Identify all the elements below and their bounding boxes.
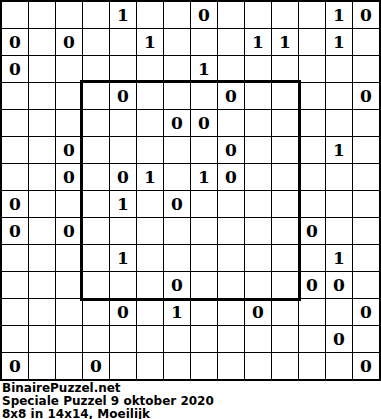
cell-r7-c1-empty[interactable] [29, 191, 55, 217]
cell-r9-c13-empty[interactable] [353, 245, 379, 271]
cell-r6-c6-empty[interactable] [164, 164, 190, 190]
cell-r8-c7-empty[interactable] [191, 218, 217, 244]
cell-r3-c10-empty[interactable] [272, 83, 298, 109]
cell-r7-c4-given: 1 [110, 191, 136, 217]
cell-r11-c2-empty[interactable] [56, 299, 82, 325]
cell-r7-c7-empty[interactable] [191, 191, 217, 217]
cell-r6-c13-empty[interactable] [353, 164, 379, 190]
cell-r10-c12-given: 0 [326, 272, 352, 298]
cell-r8-c5-empty[interactable] [137, 218, 163, 244]
cell-r0-c11-empty[interactable] [299, 2, 325, 28]
cell-r4-c12-empty[interactable] [326, 110, 352, 136]
cell-r0-c6-empty[interactable] [164, 2, 190, 28]
cell-r9-c1-empty[interactable] [29, 245, 55, 271]
cell-r7-c13-empty[interactable] [353, 191, 379, 217]
cell-r6-c3-empty[interactable] [83, 164, 109, 190]
cell-r11-c11-empty[interactable] [299, 299, 325, 325]
cell-r8-c2-given: 0 [56, 218, 82, 244]
cell-r5-c7-empty[interactable] [191, 137, 217, 163]
cell-r4-c3-empty[interactable] [83, 110, 109, 136]
cell-r13-c10-empty[interactable] [272, 353, 298, 379]
cell-r9-c12-given: 1 [326, 245, 352, 271]
cell-r5-c10-empty[interactable] [272, 137, 298, 163]
cell-r13-c9-empty[interactable] [245, 353, 271, 379]
cell-r8-c0-given: 0 [2, 218, 28, 244]
puzzle-board: 1010001111010000000100110010000110000100… [0, 0, 381, 381]
cell-r12-c4-empty[interactable] [110, 326, 136, 352]
cell-r7-c11-empty[interactable] [299, 191, 325, 217]
cell-r6-c7-given: 1 [191, 164, 217, 190]
cell-r7-c3-empty[interactable] [83, 191, 109, 217]
cell-r7-c6-given: 0 [164, 191, 190, 217]
cell-r6-c12-empty[interactable] [326, 164, 352, 190]
cell-r5-c5-empty[interactable] [137, 137, 163, 163]
cell-r0-c13-given: 0 [353, 2, 379, 28]
cell-r1-c1-empty[interactable] [29, 29, 55, 55]
cell-r2-c7-given: 1 [191, 56, 217, 82]
cell-r7-c5-empty[interactable] [137, 191, 163, 217]
cell-r5-c8-given: 0 [218, 137, 244, 163]
cell-r11-c7-empty[interactable] [191, 299, 217, 325]
cell-r7-c12-empty[interactable] [326, 191, 352, 217]
cell-r11-c5-empty[interactable] [137, 299, 163, 325]
cell-r12-c11-empty[interactable] [299, 326, 325, 352]
cell-r1-c4-empty[interactable] [110, 29, 136, 55]
cell-r9-c4-given: 1 [110, 245, 136, 271]
cell-r10-c13-empty[interactable] [353, 272, 379, 298]
cell-r6-c9-empty[interactable] [245, 164, 271, 190]
cell-r3-c8-given: 0 [218, 83, 244, 109]
cell-r2-c0-given: 0 [2, 56, 28, 82]
cell-r12-c1-empty[interactable] [29, 326, 55, 352]
cell-r13-c5-empty[interactable] [137, 353, 163, 379]
cell-r13-c4-empty[interactable] [110, 353, 136, 379]
cell-r11-c3-empty[interactable] [83, 299, 109, 325]
cell-r8-c9-empty[interactable] [245, 218, 271, 244]
cell-r7-c8-empty[interactable] [218, 191, 244, 217]
cell-r0-c2-empty[interactable] [56, 2, 82, 28]
cell-r1-c2-given: 0 [56, 29, 82, 55]
cell-r7-c0-given: 0 [2, 191, 28, 217]
cell-r13-c7-empty[interactable] [191, 353, 217, 379]
cell-r10-c3-empty[interactable] [83, 272, 109, 298]
cell-r5-c2-given: 0 [56, 137, 82, 163]
cell-r4-c10-empty[interactable] [272, 110, 298, 136]
cell-r1-c12-given: 1 [326, 29, 352, 55]
cell-r4-c13-empty[interactable] [353, 110, 379, 136]
cell-r13-c1-empty[interactable] [29, 353, 55, 379]
cell-r12-c12-given: 0 [326, 326, 352, 352]
cell-r1-c3-empty[interactable] [83, 29, 109, 55]
cell-r4-c5-empty[interactable] [137, 110, 163, 136]
cell-r10-c1-empty[interactable] [29, 272, 55, 298]
cell-r2-c6-empty[interactable] [164, 56, 190, 82]
cell-r13-c3-given: 0 [83, 353, 109, 379]
cell-r7-c10-empty[interactable] [272, 191, 298, 217]
cell-r0-c0-empty[interactable] [2, 2, 28, 28]
cell-r4-c0-empty[interactable] [2, 110, 28, 136]
cell-r12-c6-empty[interactable] [164, 326, 190, 352]
cell-r2-c2-empty[interactable] [56, 56, 82, 82]
cell-r6-c8-given: 0 [218, 164, 244, 190]
cell-r9-c10-empty[interactable] [272, 245, 298, 271]
cell-r9-c11-empty[interactable] [299, 245, 325, 271]
cell-r4-c9-empty[interactable] [245, 110, 271, 136]
cell-r9-c9-empty[interactable] [245, 245, 271, 271]
cell-r0-c12-given: 1 [326, 2, 352, 28]
cell-r9-c6-empty[interactable] [164, 245, 190, 271]
cell-r6-c5-given: 1 [137, 164, 163, 190]
cell-r5-c6-empty[interactable] [164, 137, 190, 163]
cell-r11-c1-empty[interactable] [29, 299, 55, 325]
cell-r5-c12-given: 1 [326, 137, 352, 163]
cell-r13-c6-empty[interactable] [164, 353, 190, 379]
cell-r11-c8-empty[interactable] [218, 299, 244, 325]
cell-r4-c2-empty[interactable] [56, 110, 82, 136]
cell-r8-c10-empty[interactable] [272, 218, 298, 244]
cell-r13-c11-empty[interactable] [299, 353, 325, 379]
cell-r10-c7-empty[interactable] [191, 272, 217, 298]
cell-r0-c10-empty[interactable] [272, 2, 298, 28]
cell-r3-c3-empty[interactable] [83, 83, 109, 109]
cell-r12-c9-empty[interactable] [245, 326, 271, 352]
cell-r2-c5-empty[interactable] [137, 56, 163, 82]
cell-r5-c9-empty[interactable] [245, 137, 271, 163]
cell-r1-c6-empty[interactable] [164, 29, 190, 55]
cell-r0-c4-given: 1 [110, 2, 136, 28]
cell-r8-c8-empty[interactable] [218, 218, 244, 244]
cell-r10-c4-empty[interactable] [110, 272, 136, 298]
cell-r8-c12-empty[interactable] [326, 218, 352, 244]
cell-r10-c10-empty[interactable] [272, 272, 298, 298]
cell-r6-c10-empty[interactable] [272, 164, 298, 190]
cell-r13-c8-empty[interactable] [218, 353, 244, 379]
cell-r5-c13-empty[interactable] [353, 137, 379, 163]
cell-r0-c7-given: 0 [191, 2, 217, 28]
cell-r13-c0-given: 0 [2, 353, 28, 379]
cell-r0-c9-empty[interactable] [245, 2, 271, 28]
cell-r11-c13-given: 0 [353, 299, 379, 325]
puzzle-footer: BinairePuzzel.net Speciale Puzzel 9 okto… [0, 381, 381, 419]
cell-r7-c2-empty[interactable] [56, 191, 82, 217]
cell-r11-c10-empty[interactable] [272, 299, 298, 325]
cell-r7-c9-empty[interactable] [245, 191, 271, 217]
cell-r11-c12-empty[interactable] [326, 299, 352, 325]
cell-r9-c3-empty[interactable] [83, 245, 109, 271]
cell-r6-c1-empty[interactable] [29, 164, 55, 190]
cell-r0-c5-empty[interactable] [137, 2, 163, 28]
cell-r3-c1-empty[interactable] [29, 83, 55, 109]
cell-r2-c3-empty[interactable] [83, 56, 109, 82]
cell-r1-c11-empty[interactable] [299, 29, 325, 55]
cell-r11-c9-given: 0 [245, 299, 271, 325]
cell-r0-c1-empty[interactable] [29, 2, 55, 28]
cell-r3-c5-empty[interactable] [137, 83, 163, 109]
cell-r4-c4-empty[interactable] [110, 110, 136, 136]
cell-r2-c11-empty[interactable] [299, 56, 325, 82]
cell-r10-c9-empty[interactable] [245, 272, 271, 298]
cell-r1-c10-given: 1 [272, 29, 298, 55]
cell-r4-c6-given: 0 [164, 110, 190, 136]
cell-r5-c0-empty[interactable] [2, 137, 28, 163]
cell-r9-c7-empty[interactable] [191, 245, 217, 271]
cell-r11-c0-empty[interactable] [2, 299, 28, 325]
cell-r10-c5-empty[interactable] [137, 272, 163, 298]
cell-r6-c2-given: 0 [56, 164, 82, 190]
cell-r12-c10-empty[interactable] [272, 326, 298, 352]
cell-r6-c11-empty[interactable] [299, 164, 325, 190]
cell-r1-c7-empty[interactable] [191, 29, 217, 55]
cell-r12-c2-empty[interactable] [56, 326, 82, 352]
cell-r9-c5-empty[interactable] [137, 245, 163, 271]
cell-r3-c7-empty[interactable] [191, 83, 217, 109]
cell-r3-c0-empty[interactable] [2, 83, 28, 109]
cell-r5-c3-empty[interactable] [83, 137, 109, 163]
cell-r9-c0-empty[interactable] [2, 245, 28, 271]
cell-r4-c1-empty[interactable] [29, 110, 55, 136]
cell-r8-c11-given: 0 [299, 218, 325, 244]
cell-r12-c7-empty[interactable] [191, 326, 217, 352]
cell-r0-c3-empty[interactable] [83, 2, 109, 28]
cell-r13-c12-empty[interactable] [326, 353, 352, 379]
cell-r3-c9-empty[interactable] [245, 83, 271, 109]
cell-r2-c8-empty[interactable] [218, 56, 244, 82]
cell-r10-c0-empty[interactable] [2, 272, 28, 298]
cell-r5-c11-empty[interactable] [299, 137, 325, 163]
cell-r4-c7-given: 0 [191, 110, 217, 136]
cell-r10-c8-empty[interactable] [218, 272, 244, 298]
cell-r13-c2-empty[interactable] [56, 353, 82, 379]
cell-r8-c6-empty[interactable] [164, 218, 190, 244]
cell-r12-c0-empty[interactable] [2, 326, 28, 352]
cell-r4-c8-empty[interactable] [218, 110, 244, 136]
cell-r5-c1-empty[interactable] [29, 137, 55, 163]
cell-r6-c0-empty[interactable] [2, 164, 28, 190]
cell-r12-c5-empty[interactable] [137, 326, 163, 352]
cell-r1-c9-given: 1 [245, 29, 271, 55]
cell-r3-c12-empty[interactable] [326, 83, 352, 109]
cell-r2-c13-empty[interactable] [353, 56, 379, 82]
puzzle-meta: 8x8 in 14x14, Moeilijk [2, 408, 379, 419]
cell-r2-c1-empty[interactable] [29, 56, 55, 82]
cell-r3-c11-empty[interactable] [299, 83, 325, 109]
cell-r0-c8-empty[interactable] [218, 2, 244, 28]
cell-r3-c6-empty[interactable] [164, 83, 190, 109]
cell-r1-c13-empty[interactable] [353, 29, 379, 55]
cell-r1-c8-empty[interactable] [218, 29, 244, 55]
cell-r10-c6-given: 0 [164, 272, 190, 298]
cell-r12-c3-empty[interactable] [83, 326, 109, 352]
cell-r3-c13-given: 0 [353, 83, 379, 109]
cell-r12-c13-empty[interactable] [353, 326, 379, 352]
cell-r12-c8-empty[interactable] [218, 326, 244, 352]
cell-r8-c4-empty[interactable] [110, 218, 136, 244]
cell-r1-c0-given: 0 [2, 29, 28, 55]
cell-r5-c4-empty[interactable] [110, 137, 136, 163]
cell-r9-c8-empty[interactable] [218, 245, 244, 271]
cell-r6-c4-given: 0 [110, 164, 136, 190]
cell-r10-c2-empty[interactable] [56, 272, 82, 298]
cell-r2-c4-empty[interactable] [110, 56, 136, 82]
cell-r11-c6-given: 1 [164, 299, 190, 325]
cell-r10-c11-given: 0 [299, 272, 325, 298]
cell-r3-c2-empty[interactable] [56, 83, 82, 109]
cell-r8-c13-empty[interactable] [353, 218, 379, 244]
cell-r11-c4-given: 0 [110, 299, 136, 325]
puzzle-page: 1010001111010000000100110010000110000100… [0, 0, 381, 419]
cell-r2-c10-empty[interactable] [272, 56, 298, 82]
cell-r8-c3-empty[interactable] [83, 218, 109, 244]
cell-r4-c11-empty[interactable] [299, 110, 325, 136]
cell-r9-c2-empty[interactable] [56, 245, 82, 271]
cell-r13-c13-given: 0 [353, 353, 379, 379]
cell-r1-c5-given: 1 [137, 29, 163, 55]
cell-r2-c9-empty[interactable] [245, 56, 271, 82]
cell-r8-c1-empty[interactable] [29, 218, 55, 244]
cell-r2-c12-empty[interactable] [326, 56, 352, 82]
cell-r3-c4-given: 0 [110, 83, 136, 109]
